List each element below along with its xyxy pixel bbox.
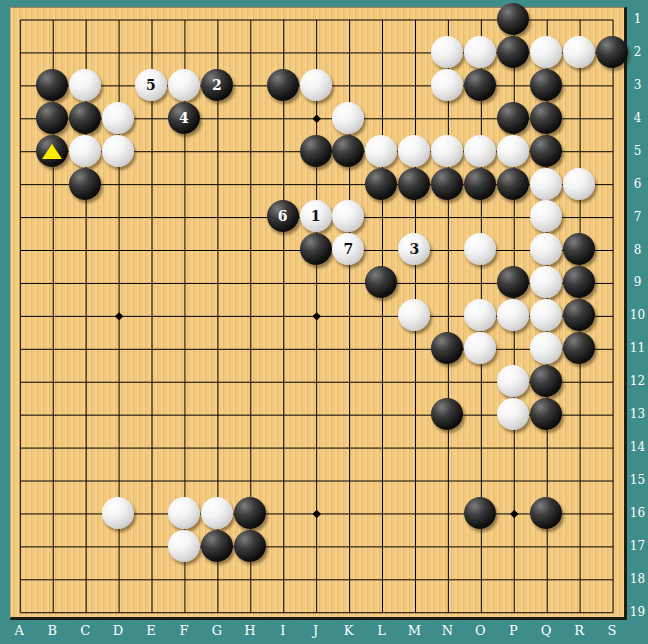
go-board-app: 5246173 ABCDEFGHIJKLMNOPQRS 123456789101… [0,0,648,644]
stone-white-N5[interactable] [431,135,463,167]
stone-white-N3[interactable] [431,69,463,101]
row-label-5: 5 [628,144,647,158]
move-number-label: 7 [344,242,354,256]
column-label-C: C [74,623,96,638]
stone-white-J7[interactable]: 1 [300,200,332,232]
stone-black-K5[interactable] [332,135,364,167]
stone-black-S2[interactable] [596,36,628,68]
stone-white-N2[interactable] [431,36,463,68]
row-label-2: 2 [628,45,647,59]
row-label-9: 9 [628,275,647,289]
stone-black-I7[interactable]: 6 [267,200,299,232]
stone-white-M10[interactable] [398,299,430,331]
stone-white-L5[interactable] [365,135,397,167]
row-label-7: 7 [628,210,647,224]
stone-white-K4[interactable] [332,102,364,134]
column-label-D: D [107,623,129,638]
stone-white-C5[interactable] [69,135,101,167]
stone-black-F4[interactable]: 4 [168,102,200,134]
row-label-15: 15 [628,473,647,487]
stone-white-D4[interactable] [102,102,134,134]
stone-white-F17[interactable] [168,530,200,562]
stone-white-M8[interactable]: 3 [398,233,430,265]
stone-white-P5[interactable] [497,135,529,167]
stone-black-Q4[interactable] [530,102,562,134]
stone-white-C3[interactable] [69,69,101,101]
stone-white-Q8[interactable] [530,233,562,265]
stone-black-N13[interactable] [431,398,463,430]
column-label-I: I [272,623,294,638]
row-label-6: 6 [628,177,647,191]
move-number-label: 2 [212,78,222,92]
move-number-label: 3 [409,242,419,256]
stone-black-Q5[interactable] [530,135,562,167]
stone-black-R11[interactable] [563,332,595,364]
column-label-J: J [305,623,327,638]
column-label-L: L [371,623,393,638]
stone-black-O6[interactable] [464,168,496,200]
stone-black-Q3[interactable] [530,69,562,101]
stone-white-K8[interactable]: 7 [332,233,364,265]
stone-black-P2[interactable] [497,36,529,68]
row-label-14: 14 [628,440,647,454]
stone-black-P6[interactable] [497,168,529,200]
row-label-18: 18 [628,572,647,586]
column-label-R: R [568,623,590,638]
row-label-11: 11 [628,341,647,355]
stone-white-M5[interactable] [398,135,430,167]
stone-white-R6[interactable] [563,168,595,200]
stone-black-P1[interactable] [497,3,529,35]
stone-black-J8[interactable] [300,233,332,265]
stone-white-P12[interactable] [497,365,529,397]
stone-white-K7[interactable] [332,200,364,232]
stone-white-F3[interactable] [168,69,200,101]
row-label-8: 8 [628,243,647,257]
stone-white-Q9[interactable] [530,266,562,298]
stone-white-F16[interactable] [168,497,200,529]
stone-black-M6[interactable] [398,168,430,200]
stones-layer: 5246173 [3,3,629,629]
stone-white-R2[interactable] [563,36,595,68]
row-label-12: 12 [628,374,647,388]
column-label-G: G [206,623,228,638]
stone-white-Q10[interactable] [530,299,562,331]
stone-black-R8[interactable] [563,233,595,265]
column-label-K: K [338,623,360,638]
stone-white-P10[interactable] [497,299,529,331]
column-label-H: H [239,623,261,638]
stone-black-B5[interactable] [36,135,68,167]
stone-black-P4[interactable] [497,102,529,134]
row-label-4: 4 [628,111,647,125]
move-number-label: 1 [311,209,321,223]
stone-black-Q12[interactable] [530,365,562,397]
stone-black-I3[interactable] [267,69,299,101]
stone-black-Q13[interactable] [530,398,562,430]
stone-black-C4[interactable] [69,102,101,134]
move-number-label: 6 [278,209,288,223]
stone-black-H16[interactable] [234,497,266,529]
stone-white-E3[interactable]: 5 [135,69,167,101]
stone-white-O5[interactable] [464,135,496,167]
stone-white-O8[interactable] [464,233,496,265]
stone-black-G17[interactable] [201,530,233,562]
stone-white-Q7[interactable] [530,200,562,232]
move-number-label: 5 [146,78,156,92]
stone-black-L6[interactable] [365,168,397,200]
column-label-E: E [140,623,162,638]
stone-black-B4[interactable] [36,102,68,134]
stone-white-P13[interactable] [497,398,529,430]
column-label-A: A [8,623,30,638]
row-label-16: 16 [628,506,647,520]
row-label-17: 17 [628,539,647,553]
column-label-M: M [403,623,425,638]
column-label-N: N [436,623,458,638]
stone-black-H17[interactable] [234,530,266,562]
stone-black-N11[interactable] [431,332,463,364]
stone-black-N6[interactable] [431,168,463,200]
column-label-O: O [469,623,491,638]
column-label-S: S [601,623,623,638]
stone-white-D16[interactable] [102,497,134,529]
stone-white-O11[interactable] [464,332,496,364]
stone-white-Q2[interactable] [530,36,562,68]
stone-white-J3[interactable] [300,69,332,101]
row-label-19: 19 [628,605,647,619]
stone-black-R9[interactable] [563,266,595,298]
stone-black-R10[interactable] [563,299,595,331]
stone-white-D5[interactable] [102,135,134,167]
stone-black-J5[interactable] [300,135,332,167]
stone-black-C6[interactable] [69,168,101,200]
stone-black-O16[interactable] [464,497,496,529]
stone-black-P9[interactable] [497,266,529,298]
stone-black-Q16[interactable] [530,497,562,529]
stone-black-L9[interactable] [365,266,397,298]
column-label-Q: Q [535,623,557,638]
stone-white-O10[interactable] [464,299,496,331]
row-label-3: 3 [628,78,647,92]
stone-black-G3[interactable]: 2 [201,69,233,101]
triangle-marker-icon [42,144,62,159]
column-label-P: P [502,623,524,638]
stone-white-G16[interactable] [201,497,233,529]
stone-white-Q11[interactable] [530,332,562,364]
move-number-label: 4 [179,111,189,125]
stone-white-O2[interactable] [464,36,496,68]
row-label-1: 1 [628,12,647,26]
column-label-B: B [41,623,63,638]
stone-white-Q6[interactable] [530,168,562,200]
stone-black-B3[interactable] [36,69,68,101]
row-label-10: 10 [628,308,647,322]
stone-black-O3[interactable] [464,69,496,101]
row-label-13: 13 [628,407,647,421]
column-label-F: F [173,623,195,638]
